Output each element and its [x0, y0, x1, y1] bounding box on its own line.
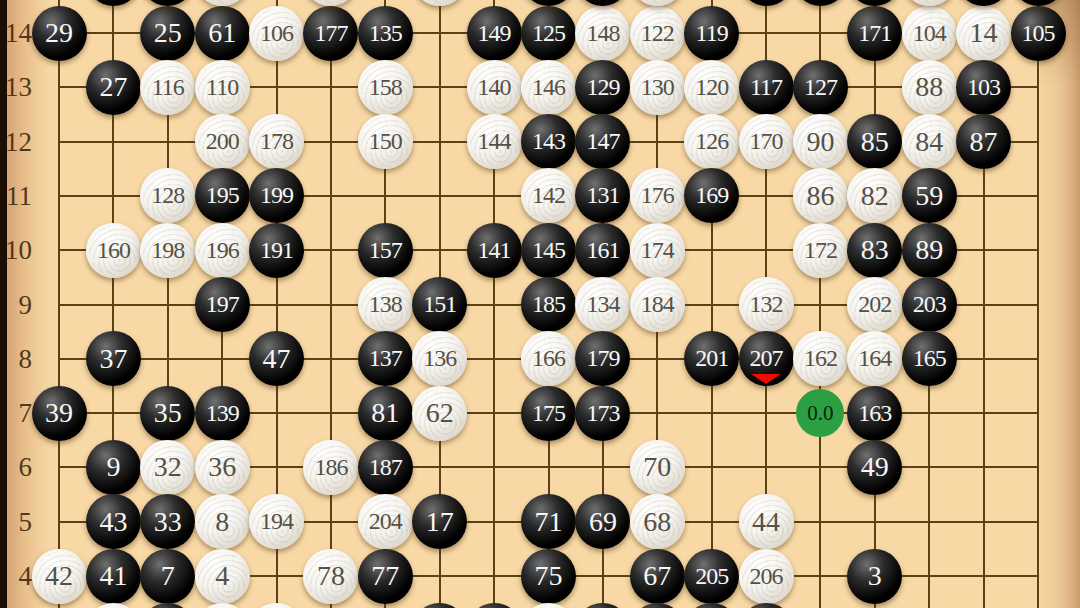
stone-white-J13[interactable]: 140 — [467, 60, 522, 115]
move-number: 104 — [902, 6, 957, 61]
move-number: 163 — [847, 386, 902, 441]
stone-black-B8[interactable]: 37 — [86, 331, 141, 386]
move-number: 17 — [412, 494, 467, 549]
stone-white-G12[interactable]: 150 — [358, 114, 413, 169]
stone-white-M14[interactable]: 122 — [630, 6, 685, 61]
stone-black-K12[interactable]: 143 — [521, 114, 576, 169]
move-number: 172 — [793, 223, 848, 278]
stone-white-M10[interactable]: 174 — [630, 223, 685, 278]
stone-black-M4[interactable]: 67 — [630, 549, 685, 604]
stone-white-B3[interactable] — [86, 603, 141, 608]
move-number: 174 — [630, 223, 685, 278]
move-number: 71 — [521, 494, 576, 549]
move-number: 141 — [467, 223, 522, 278]
stone-black-J14[interactable]: 149 — [467, 6, 522, 61]
stone-black-N11[interactable]: 169 — [684, 168, 739, 223]
stone-black-A7[interactable]: 39 — [32, 386, 87, 441]
stone-white-D5[interactable]: 8 — [195, 494, 250, 549]
move-number: 145 — [521, 223, 576, 278]
stone-black-G10[interactable]: 157 — [358, 223, 413, 278]
stone-black-B4[interactable]: 41 — [86, 549, 141, 604]
stone-white-F6[interactable]: 186 — [303, 440, 358, 495]
stone-white-M11[interactable]: 176 — [630, 168, 685, 223]
move-number: 146 — [521, 60, 576, 115]
stone-white-S14[interactable]: 14 — [956, 6, 1011, 61]
stone-white-D4[interactable]: 4 — [195, 549, 250, 604]
move-number: 126 — [684, 114, 739, 169]
move-number: 151 — [412, 277, 467, 332]
move-number: 196 — [195, 223, 250, 278]
move-number: 204 — [358, 494, 413, 549]
stone-white-E3[interactable] — [249, 603, 304, 608]
move-number: 150 — [358, 114, 413, 169]
goban: 1413121110987654292561106177135149125148… — [0, 0, 1080, 608]
move-number: 83 — [847, 223, 902, 278]
stone-black-S12[interactable]: 87 — [956, 114, 1011, 169]
move-number: 116 — [140, 60, 195, 115]
move-number: 169 — [684, 168, 739, 223]
stone-white-O9[interactable]: 132 — [739, 277, 794, 332]
stone-white-K13[interactable]: 146 — [521, 60, 576, 115]
move-number: 67 — [630, 549, 685, 604]
stone-black-O13[interactable]: 117 — [739, 60, 794, 115]
stone-white-H7[interactable]: 62 — [412, 386, 467, 441]
stone-black-B5[interactable]: 43 — [86, 494, 141, 549]
move-number: 176 — [630, 168, 685, 223]
stone-black-E10[interactable]: 191 — [249, 223, 304, 278]
stone-white-L9[interactable]: 134 — [575, 277, 630, 332]
move-number: 191 — [249, 223, 304, 278]
stone-black-L3[interactable] — [575, 603, 630, 608]
move-number: 130 — [630, 60, 685, 115]
move-number: 105 — [1011, 6, 1066, 61]
move-number: 138 — [358, 277, 413, 332]
stone-white-G9[interactable]: 138 — [358, 277, 413, 332]
stone-black-F14[interactable]: 177 — [303, 6, 358, 61]
stone-black-Q4[interactable]: 3 — [847, 549, 902, 604]
stone-black-Q10[interactable]: 83 — [847, 223, 902, 278]
move-number: 37 — [86, 331, 141, 386]
stone-black-C5[interactable]: 33 — [140, 494, 195, 549]
stone-white-J12[interactable]: 144 — [467, 114, 522, 169]
stone-black-Q6[interactable]: 49 — [847, 440, 902, 495]
move-number: 77 — [358, 549, 413, 604]
move-number: 137 — [358, 331, 413, 386]
stone-black-H5[interactable]: 17 — [412, 494, 467, 549]
move-number: 61 — [195, 6, 250, 61]
move-number: 49 — [847, 440, 902, 495]
stone-black-L5[interactable]: 69 — [575, 494, 630, 549]
move-number: 148 — [575, 6, 630, 61]
stone-white-M9[interactable]: 184 — [630, 277, 685, 332]
stone-black-L11[interactable]: 131 — [575, 168, 630, 223]
stone-black-G14[interactable]: 135 — [358, 6, 413, 61]
stone-white-K8[interactable]: 166 — [521, 331, 576, 386]
stone-black-J3[interactable] — [467, 603, 522, 608]
stone-black-M3[interactable] — [630, 603, 685, 608]
move-number: 78 — [303, 549, 358, 604]
stone-black-G7[interactable]: 81 — [358, 386, 413, 441]
move-number: 164 — [847, 331, 902, 386]
move-number: 35 — [140, 386, 195, 441]
stone-black-R10[interactable]: 89 — [902, 223, 957, 278]
move-number: 206 — [739, 549, 794, 604]
move-number: 42 — [32, 549, 87, 604]
stone-white-G13[interactable]: 158 — [358, 60, 413, 115]
stone-black-N8[interactable]: 201 — [684, 331, 739, 386]
move-number: 89 — [902, 223, 957, 278]
stone-white-E14[interactable]: 106 — [249, 6, 304, 61]
move-number: 179 — [575, 331, 630, 386]
move-number: 85 — [847, 114, 902, 169]
stone-black-O8[interactable]: 207 — [739, 331, 794, 386]
stone-white-C13[interactable]: 116 — [140, 60, 195, 115]
move-number: 175 — [521, 386, 576, 441]
stone-black-N14[interactable]: 119 — [684, 6, 739, 61]
stone-black-B15[interactable] — [86, 0, 141, 6]
stone-black-O15[interactable] — [739, 0, 794, 6]
stone-black-E8[interactable]: 47 — [249, 331, 304, 386]
stone-white-M13[interactable]: 130 — [630, 60, 685, 115]
move-number: 106 — [249, 6, 304, 61]
move-number: 125 — [521, 6, 576, 61]
stone-white-D10[interactable]: 196 — [195, 223, 250, 278]
move-number: 170 — [739, 114, 794, 169]
stone-white-R13[interactable]: 88 — [902, 60, 957, 115]
move-number: 162 — [793, 331, 848, 386]
go-game-record-screen: 1413121110987654292561106177135149125148… — [0, 0, 1080, 608]
stone-white-N13[interactable]: 120 — [684, 60, 739, 115]
move-number: 4 — [195, 549, 250, 604]
move-number: 158 — [358, 60, 413, 115]
stone-black-K4[interactable]: 75 — [521, 549, 576, 604]
stone-white-E12[interactable]: 178 — [249, 114, 304, 169]
stone-black-G4[interactable]: 77 — [358, 549, 413, 604]
move-number: 129 — [575, 60, 630, 115]
stone-black-D9[interactable]: 197 — [195, 277, 250, 332]
move-number: 82 — [847, 168, 902, 223]
move-number: 185 — [521, 277, 576, 332]
stone-black-H9[interactable]: 151 — [412, 277, 467, 332]
stone-black-L7[interactable]: 173 — [575, 386, 630, 441]
stone-black-S13[interactable]: 103 — [956, 60, 1011, 115]
stone-black-P13[interactable]: 127 — [793, 60, 848, 115]
stone-white-F4[interactable]: 78 — [303, 549, 358, 604]
stone-black-K9[interactable]: 185 — [521, 277, 576, 332]
move-number: 86 — [793, 168, 848, 223]
stone-white-P12[interactable]: 90 — [793, 114, 848, 169]
stone-black-T14[interactable]: 105 — [1011, 6, 1066, 61]
stone-white-Q11[interactable]: 82 — [847, 168, 902, 223]
stone-black-B13[interactable]: 27 — [86, 60, 141, 115]
move-number: 33 — [140, 494, 195, 549]
move-number: 27 — [86, 60, 141, 115]
move-number: 47 — [249, 331, 304, 386]
stone-white-P11[interactable]: 86 — [793, 168, 848, 223]
stone-black-D11[interactable]: 195 — [195, 168, 250, 223]
stone-white-O5[interactable]: 44 — [739, 494, 794, 549]
stone-black-C14[interactable]: 25 — [140, 6, 195, 61]
move-number: 143 — [521, 114, 576, 169]
move-number: 161 — [575, 223, 630, 278]
move-number: 103 — [956, 60, 1011, 115]
move-number: 200 — [195, 114, 250, 169]
stone-white-G5[interactable]: 204 — [358, 494, 413, 549]
move-number: 195 — [195, 168, 250, 223]
move-number: 8 — [195, 494, 250, 549]
stone-black-C7[interactable]: 35 — [140, 386, 195, 441]
stone-white-D3[interactable] — [195, 603, 250, 608]
stone-black-B6[interactable]: 9 — [86, 440, 141, 495]
move-number: 199 — [249, 168, 304, 223]
stone-white-O12[interactable]: 170 — [739, 114, 794, 169]
move-number: 140 — [467, 60, 522, 115]
move-number: 184 — [630, 277, 685, 332]
move-number: 205 — [684, 549, 739, 604]
stone-black-K10[interactable]: 145 — [521, 223, 576, 278]
move-number: 9 — [86, 440, 141, 495]
stone-white-L14[interactable]: 148 — [575, 6, 630, 61]
move-number: 122 — [630, 6, 685, 61]
move-number: 120 — [684, 60, 739, 115]
move-number: 194 — [249, 494, 304, 549]
stone-black-P15[interactable] — [793, 0, 848, 6]
move-number: 149 — [467, 6, 522, 61]
move-number: 134 — [575, 277, 630, 332]
stone-white-O4[interactable]: 206 — [739, 549, 794, 604]
move-number: 157 — [358, 223, 413, 278]
move-number: 166 — [521, 331, 576, 386]
move-number: 198 — [140, 223, 195, 278]
move-number: 32 — [140, 440, 195, 495]
move-number: 62 — [412, 386, 467, 441]
move-number: 147 — [575, 114, 630, 169]
move-number: 7 — [140, 549, 195, 604]
stone-black-L8[interactable]: 179 — [575, 331, 630, 386]
move-number: 178 — [249, 114, 304, 169]
move-number: 119 — [684, 6, 739, 61]
stone-black-H3[interactable] — [412, 603, 467, 608]
stone-black-L13[interactable]: 129 — [575, 60, 630, 115]
move-number: 171 — [847, 6, 902, 61]
move-number: 90 — [793, 114, 848, 169]
stone-black-A14[interactable]: 29 — [32, 6, 87, 61]
stone-white-R14[interactable]: 104 — [902, 6, 957, 61]
stone-white-K3[interactable] — [521, 603, 576, 608]
stone-black-C4[interactable]: 7 — [140, 549, 195, 604]
stone-white-C10[interactable]: 198 — [140, 223, 195, 278]
move-number: 160 — [86, 223, 141, 278]
stone-black-Q14[interactable]: 171 — [847, 6, 902, 61]
last-move-triangle-icon — [751, 374, 781, 384]
move-number: 127 — [793, 60, 848, 115]
move-number: 139 — [195, 386, 250, 441]
stone-black-N3[interactable] — [684, 603, 739, 608]
move-number: 29 — [32, 6, 87, 61]
stone-black-R8[interactable]: 165 — [902, 331, 957, 386]
move-number: 59 — [902, 168, 957, 223]
stone-black-N4[interactable]: 205 — [684, 549, 739, 604]
move-number: 25 — [140, 6, 195, 61]
stone-white-B10[interactable]: 160 — [86, 223, 141, 278]
stone-white-H8[interactable]: 136 — [412, 331, 467, 386]
board-left-edge — [0, 0, 7, 608]
stone-black-E11[interactable]: 199 — [249, 168, 304, 223]
stone-black-G6[interactable]: 187 — [358, 440, 413, 495]
move-number: 44 — [739, 494, 794, 549]
score-estimate-marker: 0.0 — [796, 389, 844, 437]
move-number: 117 — [739, 60, 794, 115]
stone-white-D6[interactable]: 36 — [195, 440, 250, 495]
move-number: 177 — [303, 6, 358, 61]
move-number: 36 — [195, 440, 250, 495]
move-number: 202 — [847, 277, 902, 332]
stone-white-D13[interactable]: 110 — [195, 60, 250, 115]
move-number: 173 — [575, 386, 630, 441]
stone-black-C3[interactable] — [140, 603, 195, 608]
move-number: 41 — [86, 549, 141, 604]
stone-black-O3[interactable] — [739, 603, 794, 608]
stone-white-D12[interactable]: 200 — [195, 114, 250, 169]
board-right-margin — [1040, 0, 1080, 608]
stone-white-Q8[interactable]: 164 — [847, 331, 902, 386]
stone-white-C6[interactable]: 32 — [140, 440, 195, 495]
move-number: 132 — [739, 277, 794, 332]
move-number: 131 — [575, 168, 630, 223]
move-number: 69 — [575, 494, 630, 549]
stone-black-K14[interactable]: 125 — [521, 6, 576, 61]
stone-white-P10[interactable]: 172 — [793, 223, 848, 278]
move-number: 135 — [358, 6, 413, 61]
stone-black-L10[interactable]: 161 — [575, 223, 630, 278]
move-number: 87 — [956, 114, 1011, 169]
move-number: 75 — [521, 549, 576, 604]
stone-white-M5[interactable]: 68 — [630, 494, 685, 549]
stone-black-D14[interactable]: 61 — [195, 6, 250, 61]
move-number: 68 — [630, 494, 685, 549]
move-number: 136 — [412, 331, 467, 386]
move-number: 201 — [684, 331, 739, 386]
stone-white-E5[interactable]: 194 — [249, 494, 304, 549]
stone-black-D7[interactable]: 139 — [195, 386, 250, 441]
stone-white-C11[interactable]: 128 — [140, 168, 195, 223]
stone-black-K5[interactable]: 71 — [521, 494, 576, 549]
stone-black-G8[interactable]: 137 — [358, 331, 413, 386]
move-number: 203 — [902, 277, 957, 332]
move-number: 186 — [303, 440, 358, 495]
move-number: 88 — [902, 60, 957, 115]
move-number: 39 — [32, 386, 87, 441]
move-number: 70 — [630, 440, 685, 495]
stone-black-R11[interactable]: 59 — [902, 168, 957, 223]
move-number: 144 — [467, 114, 522, 169]
stone-black-Q12[interactable]: 85 — [847, 114, 902, 169]
move-number: 81 — [358, 386, 413, 441]
stone-white-M6[interactable]: 70 — [630, 440, 685, 495]
stone-black-K7[interactable]: 175 — [521, 386, 576, 441]
move-number: 14 — [956, 6, 1011, 61]
move-number: 128 — [140, 168, 195, 223]
stone-black-Q7[interactable]: 163 — [847, 386, 902, 441]
stone-black-R9[interactable]: 203 — [902, 277, 957, 332]
stone-white-Q9[interactable]: 202 — [847, 277, 902, 332]
stone-black-J10[interactable]: 141 — [467, 223, 522, 278]
stone-black-L12[interactable]: 147 — [575, 114, 630, 169]
stone-white-N12[interactable]: 126 — [684, 114, 739, 169]
move-number: 165 — [902, 331, 957, 386]
stone-white-A4[interactable]: 42 — [32, 549, 87, 604]
move-number: 84 — [902, 114, 957, 169]
stone-white-R12[interactable]: 84 — [902, 114, 957, 169]
move-number: 197 — [195, 277, 250, 332]
stone-white-P8[interactable]: 162 — [793, 331, 848, 386]
move-number: 43 — [86, 494, 141, 549]
move-number: 142 — [521, 168, 576, 223]
stone-white-H15[interactable] — [412, 0, 467, 6]
move-number: 3 — [847, 549, 902, 604]
move-number: 110 — [195, 60, 250, 115]
move-number: 187 — [358, 440, 413, 495]
stone-white-K11[interactable]: 142 — [521, 168, 576, 223]
